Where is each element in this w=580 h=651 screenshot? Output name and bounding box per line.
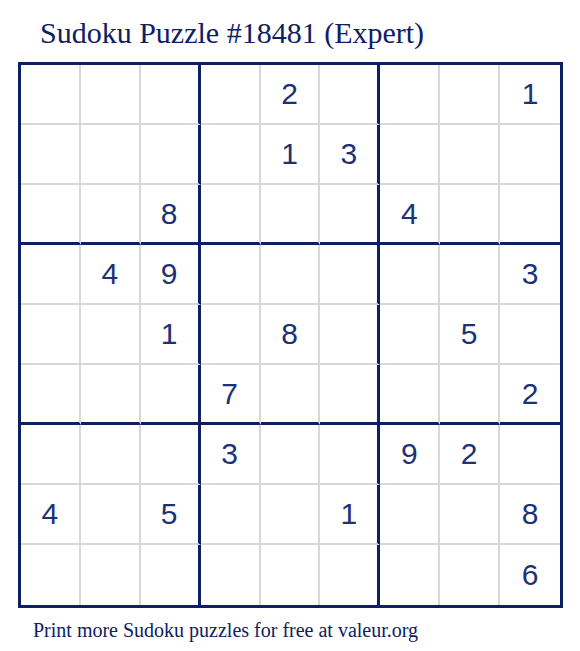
cell-r4c2: 4 [81,245,141,305]
cell-r9c2 [81,545,141,605]
cell-r1c7 [380,65,440,125]
cell-r8c1: 4 [21,485,81,545]
cell-r6c2 [81,365,141,425]
cell-r3c8 [440,185,500,245]
cell-r7c2 [81,425,141,485]
cell-r9c5 [261,545,321,605]
cell-r6c3 [141,365,201,425]
cell-r8c2 [81,485,141,545]
cell-r2c7 [380,125,440,185]
cell-r1c6 [320,65,380,125]
cell-r7c1 [21,425,81,485]
cell-r4c1 [21,245,81,305]
cell-r2c5: 1 [261,125,321,185]
footer-text: Print more Sudoku puzzles for free at va… [33,619,418,642]
cell-r1c8 [440,65,500,125]
cell-r9c6 [320,545,380,605]
cell-r8c6: 1 [320,485,380,545]
cell-r5c2 [81,305,141,365]
cell-r3c6 [320,185,380,245]
cell-r5c5: 8 [261,305,321,365]
cell-r3c9 [500,185,560,245]
cell-r8c8 [440,485,500,545]
cell-r2c9 [500,125,560,185]
cell-r6c1 [21,365,81,425]
cell-r7c4: 3 [201,425,261,485]
cell-r6c7 [380,365,440,425]
cell-r8c3: 5 [141,485,201,545]
cell-r6c6 [320,365,380,425]
cell-r3c1 [21,185,81,245]
cell-r3c3: 8 [141,185,201,245]
cell-r1c5: 2 [261,65,321,125]
cell-r7c9 [500,425,560,485]
cell-r9c9: 6 [500,545,560,605]
cell-r2c1 [21,125,81,185]
cell-r8c5 [261,485,321,545]
cell-r3c4 [201,185,261,245]
cell-r4c5 [261,245,321,305]
sudoku-grid: 2113844931857239245186 [18,62,563,608]
cell-r7c8: 2 [440,425,500,485]
cell-r5c9 [500,305,560,365]
cell-r2c6: 3 [320,125,380,185]
cell-r9c7 [380,545,440,605]
cell-r5c6 [320,305,380,365]
cell-r5c8: 5 [440,305,500,365]
cell-r6c9: 2 [500,365,560,425]
cell-r1c9: 1 [500,65,560,125]
cell-r5c1 [21,305,81,365]
cell-r4c7 [380,245,440,305]
cell-r1c1 [21,65,81,125]
cell-r5c3: 1 [141,305,201,365]
cell-r2c4 [201,125,261,185]
cell-r7c5 [261,425,321,485]
cell-r2c3 [141,125,201,185]
cell-r2c2 [81,125,141,185]
cell-r5c4 [201,305,261,365]
cell-r7c7: 9 [380,425,440,485]
page-title: Sudoku Puzzle #18481 (Expert) [40,16,424,50]
cell-r4c9: 3 [500,245,560,305]
cell-r8c7 [380,485,440,545]
cell-r4c8 [440,245,500,305]
cell-r9c3 [141,545,201,605]
cell-r3c2 [81,185,141,245]
cell-r6c5 [261,365,321,425]
cell-r4c3: 9 [141,245,201,305]
sudoku-page: Sudoku Puzzle #18481 (Expert) 2113844931… [0,0,580,651]
cell-r8c9: 8 [500,485,560,545]
cell-r9c1 [21,545,81,605]
cell-r9c8 [440,545,500,605]
cell-r6c8 [440,365,500,425]
cell-r7c6 [320,425,380,485]
cell-r7c3 [141,425,201,485]
cell-r1c3 [141,65,201,125]
cell-r4c4 [201,245,261,305]
cell-r3c5 [261,185,321,245]
cell-r1c4 [201,65,261,125]
cell-r6c4: 7 [201,365,261,425]
cell-r3c7: 4 [380,185,440,245]
cell-r8c4 [201,485,261,545]
cell-r9c4 [201,545,261,605]
cell-r1c2 [81,65,141,125]
cell-r5c7 [380,305,440,365]
cell-r2c8 [440,125,500,185]
cell-r4c6 [320,245,380,305]
